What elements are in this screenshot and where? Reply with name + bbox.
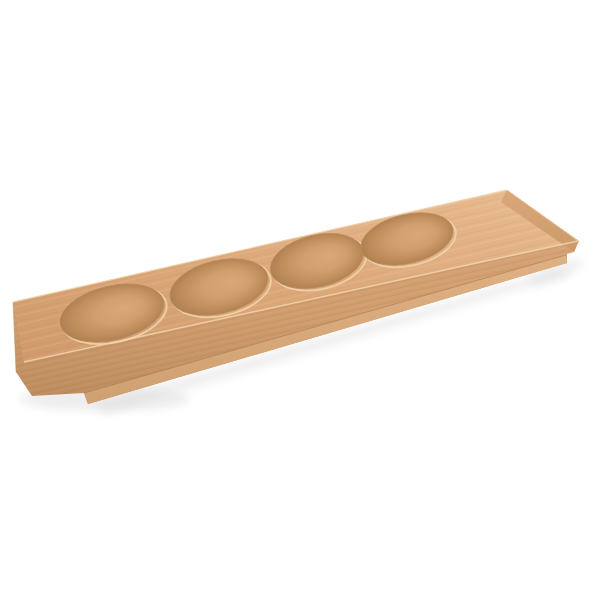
product-photo-scene [0, 0, 600, 600]
